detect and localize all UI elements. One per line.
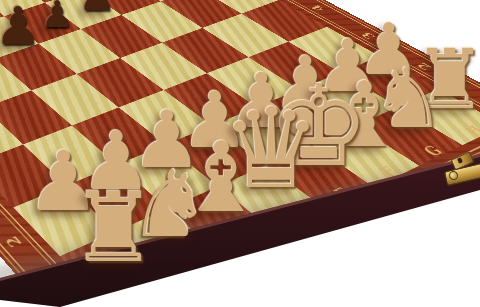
white-rook-a1[interactable]: ♜ xyxy=(71,179,158,276)
black-pawn-a7[interactable]: ♟ xyxy=(0,0,41,52)
black-pawn-c7[interactable]: ♟ xyxy=(78,0,116,17)
chess-set-photo: ABCDEFGH121234 ♟♟♟♟♟♜♟♟♞♟♝♟♚♟♛♟♝♞♜ xyxy=(0,0,480,307)
black-pawn-b7[interactable]: ♟ xyxy=(40,0,73,33)
